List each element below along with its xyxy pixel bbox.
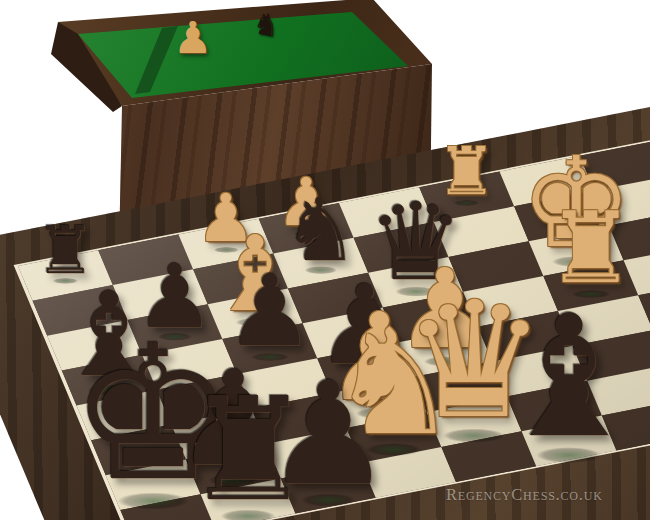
watermark: RegencyChess.co.uk	[446, 485, 603, 505]
boxed-light-pawn-icon: ♟	[173, 16, 212, 60]
photo-stage: ♟ ♞ ♜♟♟♜♞♟♝♛♚♝♟♜♟♟♟♚♟♞♛♜♟♝ RegencyChess.…	[0, 0, 650, 520]
